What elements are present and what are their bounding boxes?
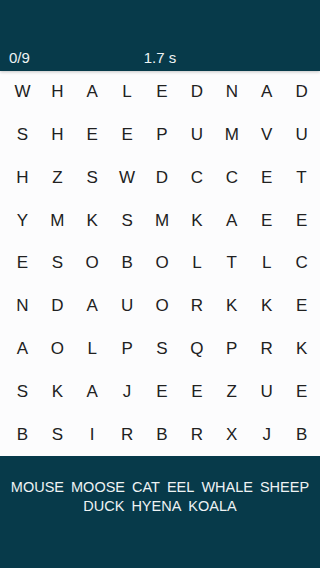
grid-cell[interactable]: B: [145, 413, 180, 456]
grid-cell[interactable]: H: [40, 114, 75, 157]
grid-cell[interactable]: U: [249, 370, 284, 413]
word-item: SHEEP: [260, 478, 309, 497]
grid-cell[interactable]: O: [145, 242, 180, 285]
grid-cell[interactable]: N: [5, 285, 40, 328]
grid-cell[interactable]: S: [75, 157, 110, 200]
grid-cell[interactable]: V: [249, 114, 284, 157]
grid-cell[interactable]: P: [214, 328, 249, 371]
grid-cell[interactable]: O: [40, 328, 75, 371]
grid-cell[interactable]: R: [179, 285, 214, 328]
grid-cell[interactable]: E: [249, 199, 284, 242]
grid-cell[interactable]: M: [214, 114, 249, 157]
word-item: HYENA: [131, 497, 181, 516]
word-list-line: MOUSEMOOSECATEELWHALESHEEP: [6, 478, 314, 497]
grid-cell[interactable]: I: [75, 413, 110, 456]
word-item: DUCK: [83, 497, 124, 516]
grid-cell[interactable]: S: [110, 199, 145, 242]
grid-cell[interactable]: N: [214, 71, 249, 114]
letter-grid[interactable]: WHALEDNADSHEEPUMVUHZSWDCCETYMKSMKAEEESOB…: [0, 71, 320, 456]
grid-cell[interactable]: E: [284, 370, 319, 413]
grid-cell[interactable]: D: [179, 71, 214, 114]
grid-cell[interactable]: K: [284, 328, 319, 371]
word-item: CAT: [132, 478, 160, 497]
grid-cell[interactable]: A: [75, 370, 110, 413]
grid-cell[interactable]: A: [214, 199, 249, 242]
grid-cell[interactable]: C: [179, 157, 214, 200]
grid-cell[interactable]: K: [249, 285, 284, 328]
word-item: EEL: [167, 478, 194, 497]
grid-cell[interactable]: O: [75, 242, 110, 285]
grid-cell[interactable]: M: [40, 199, 75, 242]
grid-cell[interactable]: B: [5, 413, 40, 456]
grid-cell[interactable]: S: [40, 413, 75, 456]
grid-cell[interactable]: B: [284, 413, 319, 456]
grid-cell[interactable]: Z: [214, 370, 249, 413]
grid-cell[interactable]: W: [5, 71, 40, 114]
word-list-bar: MOUSEMOOSECATEELWHALESHEEPDUCKHYENAKOALA: [0, 456, 320, 568]
grid-cell[interactable]: U: [284, 114, 319, 157]
grid-cell[interactable]: E: [75, 114, 110, 157]
grid-cell[interactable]: P: [110, 328, 145, 371]
grid-cell[interactable]: D: [145, 157, 180, 200]
word-item: WHALE: [201, 478, 253, 497]
grid-cell[interactable]: S: [40, 242, 75, 285]
grid-cell[interactable]: W: [110, 157, 145, 200]
grid-cell[interactable]: D: [40, 285, 75, 328]
grid-cell[interactable]: C: [284, 242, 319, 285]
grid-cell[interactable]: O: [145, 285, 180, 328]
grid-cell[interactable]: D: [284, 71, 319, 114]
grid-cell[interactable]: L: [249, 242, 284, 285]
grid-cell[interactable]: J: [110, 370, 145, 413]
grid-cell[interactable]: R: [249, 328, 284, 371]
grid-cell[interactable]: C: [214, 157, 249, 200]
word-list-line: DUCKHYENAKOALA: [6, 497, 314, 516]
grid-cell[interactable]: S: [5, 114, 40, 157]
grid-cell[interactable]: Y: [5, 199, 40, 242]
timer: 1.7 s: [0, 50, 320, 65]
grid-cell[interactable]: T: [214, 242, 249, 285]
grid-cell[interactable]: E: [249, 157, 284, 200]
grid-cell[interactable]: T: [284, 157, 319, 200]
grid-cell[interactable]: K: [214, 285, 249, 328]
grid-cell[interactable]: E: [284, 285, 319, 328]
word-item: MOUSE: [11, 478, 64, 497]
grid-cell[interactable]: E: [5, 242, 40, 285]
grid-cell[interactable]: L: [110, 71, 145, 114]
grid-cell[interactable]: E: [145, 370, 180, 413]
grid-cell[interactable]: Q: [179, 328, 214, 371]
grid-cell[interactable]: Z: [40, 157, 75, 200]
grid-cell[interactable]: S: [5, 370, 40, 413]
grid-cell[interactable]: E: [145, 71, 180, 114]
grid-cell[interactable]: R: [179, 413, 214, 456]
grid-cell[interactable]: H: [5, 157, 40, 200]
word-item: KOALA: [188, 497, 236, 516]
grid-cell[interactable]: K: [40, 370, 75, 413]
grid-cell[interactable]: K: [75, 199, 110, 242]
grid-cell[interactable]: E: [284, 199, 319, 242]
grid-cell[interactable]: R: [110, 413, 145, 456]
grid-cell[interactable]: L: [75, 328, 110, 371]
grid-cell[interactable]: M: [145, 199, 180, 242]
grid-cell[interactable]: U: [179, 114, 214, 157]
grid-cell[interactable]: S: [145, 328, 180, 371]
grid-cell[interactable]: A: [5, 328, 40, 371]
header-bar: 0/9 1.7 s: [0, 0, 320, 71]
grid-cell[interactable]: E: [179, 370, 214, 413]
grid-cell[interactable]: X: [214, 413, 249, 456]
grid-cell[interactable]: J: [249, 413, 284, 456]
grid-cell[interactable]: A: [75, 285, 110, 328]
grid-cell[interactable]: B: [110, 242, 145, 285]
word-item: MOOSE: [71, 478, 125, 497]
grid-cell[interactable]: H: [40, 71, 75, 114]
grid-cell[interactable]: L: [179, 242, 214, 285]
grid-cell[interactable]: A: [75, 71, 110, 114]
grid-cell[interactable]: K: [179, 199, 214, 242]
grid-cell[interactable]: P: [145, 114, 180, 157]
grid-cell[interactable]: A: [249, 71, 284, 114]
grid-cell[interactable]: E: [110, 114, 145, 157]
word-list: MOUSEMOOSECATEELWHALESHEEPDUCKHYENAKOALA: [6, 478, 314, 516]
grid-cell[interactable]: U: [110, 285, 145, 328]
